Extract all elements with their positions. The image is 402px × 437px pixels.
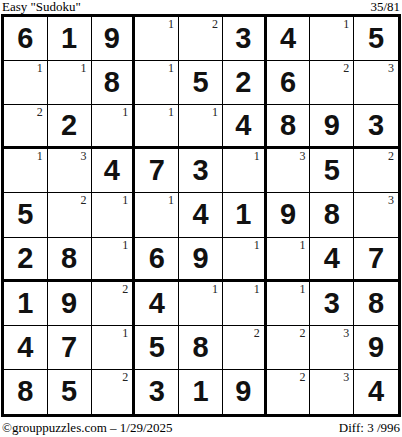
- cell-value: 8: [48, 238, 91, 279]
- cell-value: 1: [179, 370, 222, 414]
- cell-r7c5[interactable]: 1: [179, 282, 223, 326]
- footer: ©grouppuzzles.com – 1/29/2025 Diff: 3 /9…: [0, 420, 402, 435]
- cell-r6c9[interactable]: 7: [354, 238, 398, 282]
- cell-value: 8: [179, 326, 222, 369]
- cell-r8c6[interactable]: 2: [223, 326, 267, 370]
- cell-r5c7[interactable]: 9: [267, 193, 311, 237]
- cell-r7c8[interactable]: 3: [310, 282, 354, 326]
- cell-r5c8[interactable]: 8: [310, 193, 354, 237]
- cell-r4c9[interactable]: 2: [354, 149, 398, 193]
- cell-value: 4: [267, 17, 310, 60]
- cell-r9c3[interactable]: 2: [92, 370, 136, 414]
- pencil-mark: 1: [343, 17, 349, 31]
- cell-value: 5: [135, 326, 178, 369]
- cell-r4c8[interactable]: 5: [310, 149, 354, 193]
- cell-value: 9: [48, 282, 91, 325]
- cell-value: 5: [4, 193, 47, 236]
- cell-value: 3: [354, 105, 398, 146]
- cell-r8c5[interactable]: 8: [179, 326, 223, 370]
- pencil-mark: 3: [388, 193, 394, 207]
- pencil-mark: 1: [37, 61, 43, 75]
- cell-r5c1[interactable]: 5: [4, 193, 48, 237]
- cell-value: 6: [4, 17, 47, 60]
- cell-r1c8[interactable]: 1: [310, 17, 354, 61]
- difficulty-text: Diff: 3 /996: [339, 420, 400, 435]
- cell-value: 4: [354, 370, 398, 414]
- pencil-mark: 3: [388, 61, 394, 75]
- cell-r3c6[interactable]: 4: [223, 105, 267, 149]
- pencil-mark: 2: [81, 193, 87, 207]
- cell-value: 9: [179, 238, 222, 279]
- pencil-mark: 1: [168, 193, 174, 207]
- cell-r2c4[interactable]: 1: [135, 61, 179, 105]
- cell-r1c9[interactable]: 5: [354, 17, 398, 61]
- cell-r7c2[interactable]: 9: [48, 282, 92, 326]
- cell-r4c1[interactable]: 1: [4, 149, 48, 193]
- cell-value: 5: [354, 17, 398, 60]
- cell-r9c6[interactable]: 9: [223, 370, 267, 414]
- pencil-mark: 1: [122, 105, 128, 119]
- pencil-mark: 2: [388, 149, 394, 163]
- cell-r2c9[interactable]: 3: [354, 61, 398, 105]
- pencil-mark: 1: [212, 105, 218, 119]
- sudoku-grid: 6191234151181526232211148931347313525211…: [1, 14, 401, 417]
- pencil-mark: 1: [122, 193, 128, 207]
- cell-value: 9: [267, 193, 310, 236]
- cell-r5c2[interactable]: 2: [48, 193, 92, 237]
- cell-r3c5[interactable]: 1: [179, 105, 223, 149]
- cell-value: 2: [223, 61, 264, 104]
- pencil-mark: 1: [37, 149, 43, 163]
- cell-r3c7[interactable]: 8: [267, 105, 311, 149]
- cell-r6c6[interactable]: 1: [223, 238, 267, 282]
- pencil-mark: 2: [122, 282, 128, 296]
- cell-r6c3[interactable]: 1: [92, 238, 136, 282]
- pencil-mark: 3: [343, 370, 349, 384]
- cell-r8c9[interactable]: 9: [354, 326, 398, 370]
- cell-r1c7[interactable]: 4: [267, 17, 311, 61]
- pencil-mark: 1: [254, 149, 260, 163]
- cell-r9c2[interactable]: 5: [48, 370, 92, 414]
- cell-value: 7: [48, 326, 91, 369]
- cell-r4c4[interactable]: 7: [135, 149, 179, 193]
- cell-r9c4[interactable]: 3: [135, 370, 179, 414]
- cell-r6c5[interactable]: 9: [179, 238, 223, 282]
- cell-value: 9: [223, 370, 264, 414]
- cell-r7c7[interactable]: 1: [267, 282, 311, 326]
- cell-value: 4: [4, 326, 47, 369]
- pencil-mark: 2: [122, 370, 128, 384]
- cell-r2c8[interactable]: 2: [310, 61, 354, 105]
- cell-r1c2[interactable]: 1: [48, 17, 92, 61]
- cell-r3c9[interactable]: 3: [354, 105, 398, 149]
- cell-r1c5[interactable]: 2: [179, 17, 223, 61]
- cell-value: 8: [4, 370, 47, 414]
- cell-value: 9: [92, 17, 133, 60]
- cell-r6c8[interactable]: 4: [310, 238, 354, 282]
- cell-r1c3[interactable]: 9: [92, 17, 136, 61]
- cell-value: 9: [354, 326, 398, 369]
- header: Easy "Sudoku" 35/81: [0, 0, 402, 14]
- cell-r4c5[interactable]: 3: [179, 149, 223, 193]
- cell-value: 7: [135, 149, 178, 192]
- pencil-mark: 1: [122, 238, 128, 252]
- pencil-mark: 3: [343, 326, 349, 340]
- cell-r3c2[interactable]: 2: [48, 105, 92, 149]
- pencil-mark: 1: [254, 238, 260, 252]
- cell-value: 6: [267, 61, 310, 104]
- cell-value: 1: [223, 193, 264, 236]
- cell-r1c4[interactable]: 1: [135, 17, 179, 61]
- pencil-mark: 3: [299, 149, 305, 163]
- cell-r6c1[interactable]: 2: [4, 238, 48, 282]
- cell-r9c1[interactable]: 8: [4, 370, 48, 414]
- cell-r8c1[interactable]: 4: [4, 326, 48, 370]
- cell-r7c1[interactable]: 1: [4, 282, 48, 326]
- cell-value: 1: [48, 17, 91, 60]
- cell-r2c1[interactable]: 1: [4, 61, 48, 105]
- pencil-mark: 2: [254, 326, 260, 340]
- cell-value: 3: [179, 149, 222, 192]
- cell-r5c3[interactable]: 1: [92, 193, 136, 237]
- cell-r2c7[interactable]: 6: [267, 61, 311, 105]
- cell-r4c2[interactable]: 3: [48, 149, 92, 193]
- cell-r5c5[interactable]: 4: [179, 193, 223, 237]
- cell-r8c8[interactable]: 3: [310, 326, 354, 370]
- cell-value: 4: [223, 105, 264, 146]
- pencil-mark: 1: [299, 238, 305, 252]
- cell-r4c3[interactable]: 4: [92, 149, 136, 193]
- cell-r4c6[interactable]: 1: [223, 149, 267, 193]
- pencil-mark: 2: [299, 326, 305, 340]
- cell-value: 1: [4, 282, 47, 325]
- cell-r8c7[interactable]: 2: [267, 326, 311, 370]
- cell-value: 4: [179, 193, 222, 236]
- cell-value: 4: [135, 282, 178, 325]
- cell-r9c7[interactable]: 2: [267, 370, 311, 414]
- cell-r2c5[interactable]: 5: [179, 61, 223, 105]
- pencil-mark: 1: [299, 282, 305, 296]
- pencil-mark: 2: [299, 370, 305, 384]
- cell-r2c6[interactable]: 2: [223, 61, 267, 105]
- cell-r5c4[interactable]: 1: [135, 193, 179, 237]
- cell-value: 7: [354, 238, 398, 279]
- cell-value: 5: [179, 61, 222, 104]
- cell-counter: 35/81: [370, 0, 400, 13]
- pencil-mark: 3: [81, 149, 87, 163]
- cell-value: 2: [48, 105, 91, 146]
- pencil-mark: 1: [168, 17, 174, 31]
- pencil-mark: 1: [81, 61, 87, 75]
- cell-r2c2[interactable]: 1: [48, 61, 92, 105]
- pencil-mark: 1: [168, 61, 174, 75]
- cell-value: 5: [310, 149, 353, 192]
- cell-r8c3[interactable]: 1: [92, 326, 136, 370]
- cell-r3c1[interactable]: 2: [4, 105, 48, 149]
- cell-value: 5: [48, 370, 91, 414]
- cell-r7c6[interactable]: 1: [223, 282, 267, 326]
- cell-r1c6[interactable]: 3: [223, 17, 267, 61]
- cell-value: 3: [135, 370, 178, 414]
- cell-r7c3[interactable]: 2: [92, 282, 136, 326]
- cell-r3c8[interactable]: 9: [310, 105, 354, 149]
- cell-r5c9[interactable]: 3: [354, 193, 398, 237]
- cell-value: 3: [223, 17, 264, 60]
- cell-r5c6[interactable]: 1: [223, 193, 267, 237]
- cell-value: 8: [354, 282, 398, 325]
- pencil-mark: 2: [343, 61, 349, 75]
- cell-value: 9: [310, 105, 353, 146]
- pencil-mark: 1: [122, 326, 128, 340]
- cell-r9c9[interactable]: 4: [354, 370, 398, 414]
- pencil-mark: 1: [168, 105, 174, 119]
- pencil-mark: 2: [37, 105, 43, 119]
- cell-value: 4: [310, 238, 353, 279]
- cell-r9c5[interactable]: 1: [179, 370, 223, 414]
- cell-r2c3[interactable]: 8: [92, 61, 136, 105]
- cell-value: 6: [135, 238, 178, 279]
- pencil-mark: 1: [212, 282, 218, 296]
- cell-r6c4[interactable]: 6: [135, 238, 179, 282]
- cell-r3c3[interactable]: 1: [92, 105, 136, 149]
- cell-r9c8[interactable]: 3: [310, 370, 354, 414]
- page-title: Easy "Sudoku": [2, 0, 81, 13]
- sudoku-page: Easy "Sudoku" 35/81 61912341511815262322…: [0, 0, 402, 437]
- cell-r1c1[interactable]: 6: [4, 17, 48, 61]
- cell-value: 2: [4, 238, 47, 279]
- cell-r7c9[interactable]: 8: [354, 282, 398, 326]
- cell-r3c4[interactable]: 1: [135, 105, 179, 149]
- cell-r8c4[interactable]: 5: [135, 326, 179, 370]
- cell-value: 8: [267, 105, 310, 146]
- cell-r6c2[interactable]: 8: [48, 238, 92, 282]
- cell-value: 3: [310, 282, 353, 325]
- copyright-text: ©grouppuzzles.com – 1/29/2025: [2, 420, 173, 435]
- cell-value: 4: [92, 149, 133, 192]
- cell-value: 8: [310, 193, 353, 236]
- cell-r8c2[interactable]: 7: [48, 326, 92, 370]
- cell-r6c7[interactable]: 1: [267, 238, 311, 282]
- cell-r4c7[interactable]: 3: [267, 149, 311, 193]
- pencil-mark: 2: [212, 17, 218, 31]
- cell-r7c4[interactable]: 4: [135, 282, 179, 326]
- cell-value: 8: [92, 61, 133, 104]
- pencil-mark: 1: [254, 282, 260, 296]
